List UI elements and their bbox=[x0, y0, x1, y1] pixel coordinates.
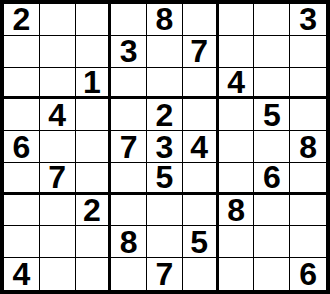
cell-r8c7-empty[interactable] bbox=[219, 226, 255, 258]
cell-r9c9-given: 6 bbox=[290, 258, 326, 290]
cell-r5c1-given: 6 bbox=[4, 131, 40, 163]
cell-r7c1-empty[interactable] bbox=[4, 195, 40, 227]
cell-r4c2-given: 4 bbox=[40, 99, 76, 131]
cell-r5c9-given: 8 bbox=[290, 131, 326, 163]
cell-r4c5-given: 2 bbox=[147, 99, 183, 131]
cell-r7c2-empty[interactable] bbox=[40, 195, 76, 227]
cell-r1c7-empty[interactable] bbox=[219, 4, 255, 36]
cell-r7c3-given: 2 bbox=[76, 195, 112, 227]
cell-r7c8-empty[interactable] bbox=[254, 195, 290, 227]
cell-r5c4-given: 7 bbox=[111, 131, 147, 163]
cell-r1c1-given: 2 bbox=[4, 4, 40, 36]
cell-r8c5-empty[interactable] bbox=[147, 226, 183, 258]
cell-r3c6-empty[interactable] bbox=[183, 68, 219, 100]
cell-r1c5-given: 8 bbox=[147, 4, 183, 36]
cell-r2c7-empty[interactable] bbox=[219, 36, 255, 68]
cell-r8c2-empty[interactable] bbox=[40, 226, 76, 258]
cell-r1c3-empty[interactable] bbox=[76, 4, 112, 36]
cell-r2c2-empty[interactable] bbox=[40, 36, 76, 68]
cell-r3c7-given: 4 bbox=[219, 68, 255, 100]
cell-r7c4-empty[interactable] bbox=[111, 195, 147, 227]
cell-r3c5-empty[interactable] bbox=[147, 68, 183, 100]
cell-r1c9-given: 3 bbox=[290, 4, 326, 36]
sudoku-board: 2833714425673487562885476 bbox=[0, 0, 330, 294]
cell-r6c4-empty[interactable] bbox=[111, 163, 147, 195]
cell-r3c4-empty[interactable] bbox=[111, 68, 147, 100]
cell-r9c5-given: 7 bbox=[147, 258, 183, 290]
cell-r6c5-given: 5 bbox=[147, 163, 183, 195]
cell-r4c8-given: 5 bbox=[254, 99, 290, 131]
cell-r2c1-empty[interactable] bbox=[4, 36, 40, 68]
cell-r6c3-empty[interactable] bbox=[76, 163, 112, 195]
cell-r5c3-empty[interactable] bbox=[76, 131, 112, 163]
cell-r5c7-empty[interactable] bbox=[219, 131, 255, 163]
cell-r2c3-empty[interactable] bbox=[76, 36, 112, 68]
cell-r9c4-empty[interactable] bbox=[111, 258, 147, 290]
cell-r2c8-empty[interactable] bbox=[254, 36, 290, 68]
cell-r3c3-given: 1 bbox=[76, 68, 112, 100]
cell-r3c8-empty[interactable] bbox=[254, 68, 290, 100]
cell-r9c2-empty[interactable] bbox=[40, 258, 76, 290]
cell-r4c4-empty[interactable] bbox=[111, 99, 147, 131]
cell-r4c1-empty[interactable] bbox=[4, 99, 40, 131]
cell-r4c3-empty[interactable] bbox=[76, 99, 112, 131]
cell-r9c6-empty[interactable] bbox=[183, 258, 219, 290]
cell-r8c1-empty[interactable] bbox=[4, 226, 40, 258]
cell-r6c7-empty[interactable] bbox=[219, 163, 255, 195]
cell-r2c4-given: 3 bbox=[111, 36, 147, 68]
cell-r7c5-empty[interactable] bbox=[147, 195, 183, 227]
cell-r4c9-empty[interactable] bbox=[290, 99, 326, 131]
cell-r4c7-empty[interactable] bbox=[219, 99, 255, 131]
cell-r6c1-empty[interactable] bbox=[4, 163, 40, 195]
cell-r5c6-given: 4 bbox=[183, 131, 219, 163]
cell-r7c6-empty[interactable] bbox=[183, 195, 219, 227]
cell-r8c8-empty[interactable] bbox=[254, 226, 290, 258]
cell-r2c9-empty[interactable] bbox=[290, 36, 326, 68]
cell-r6c9-empty[interactable] bbox=[290, 163, 326, 195]
cell-r1c6-empty[interactable] bbox=[183, 4, 219, 36]
cell-r5c8-empty[interactable] bbox=[254, 131, 290, 163]
cell-r5c2-empty[interactable] bbox=[40, 131, 76, 163]
cell-r3c2-empty[interactable] bbox=[40, 68, 76, 100]
cell-r4c6-empty[interactable] bbox=[183, 99, 219, 131]
cell-r6c8-given: 6 bbox=[254, 163, 290, 195]
cell-r3c1-empty[interactable] bbox=[4, 68, 40, 100]
cell-r9c8-empty[interactable] bbox=[254, 258, 290, 290]
cell-r5c5-given: 3 bbox=[147, 131, 183, 163]
cell-r3c9-empty[interactable] bbox=[290, 68, 326, 100]
cell-r1c2-empty[interactable] bbox=[40, 4, 76, 36]
cell-r8c4-given: 8 bbox=[111, 226, 147, 258]
cell-r2c6-given: 7 bbox=[183, 36, 219, 68]
cell-r7c7-given: 8 bbox=[219, 195, 255, 227]
cell-r6c6-empty[interactable] bbox=[183, 163, 219, 195]
cell-r1c4-empty[interactable] bbox=[111, 4, 147, 36]
cell-r2c5-empty[interactable] bbox=[147, 36, 183, 68]
cell-r9c1-given: 4 bbox=[4, 258, 40, 290]
cell-r6c2-given: 7 bbox=[40, 163, 76, 195]
cell-r8c9-empty[interactable] bbox=[290, 226, 326, 258]
cell-r7c9-empty[interactable] bbox=[290, 195, 326, 227]
cell-r9c7-empty[interactable] bbox=[219, 258, 255, 290]
cell-r8c3-empty[interactable] bbox=[76, 226, 112, 258]
cell-r9c3-empty[interactable] bbox=[76, 258, 112, 290]
cell-r1c8-empty[interactable] bbox=[254, 4, 290, 36]
cell-r8c6-given: 5 bbox=[183, 226, 219, 258]
